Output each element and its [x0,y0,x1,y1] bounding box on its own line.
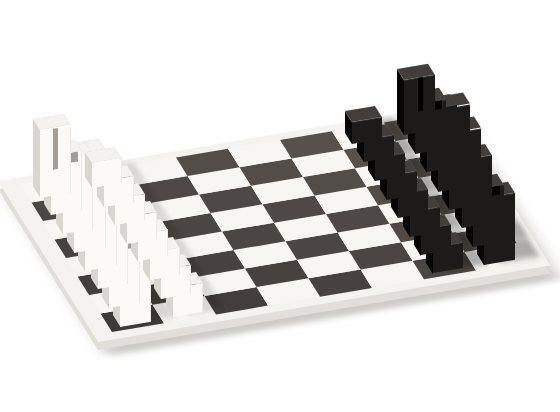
piece-slot-cut [417,77,423,112]
chess-set-photo [0,0,560,412]
piece-front-face [404,75,435,135]
pieces-layer [0,0,560,412]
piece-notch-cut [434,100,442,109]
piece-front-face [40,125,71,197]
piece-slot-cut [53,127,58,169]
piece-notch-cut [70,151,78,162]
piece-front-face [92,158,122,188]
piece-notch-cut [492,185,500,195]
piece-side-face [33,119,40,197]
